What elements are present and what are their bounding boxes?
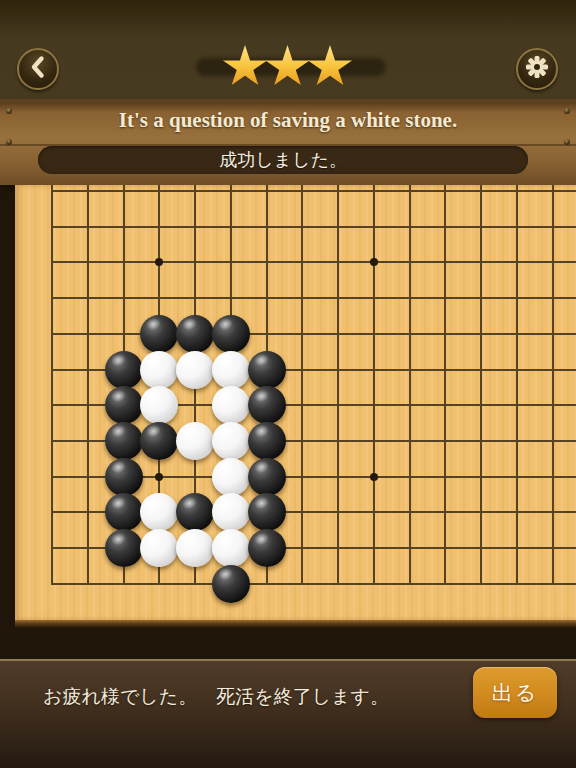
settings-button[interactable] <box>516 48 558 90</box>
hoshi-point <box>370 258 378 266</box>
stone-black[interactable] <box>105 493 143 531</box>
grid-line <box>87 185 89 585</box>
stone-black[interactable] <box>248 422 286 460</box>
stone-white[interactable] <box>140 386 178 424</box>
grid-line <box>51 226 576 228</box>
stone-white[interactable] <box>140 493 178 531</box>
stone-white[interactable] <box>176 529 214 567</box>
stone-black[interactable] <box>140 422 178 460</box>
grid-line <box>373 185 375 585</box>
grid-line <box>51 190 576 192</box>
stone-black[interactable] <box>176 315 214 353</box>
stone-black[interactable] <box>105 386 143 424</box>
grid-line <box>480 185 482 585</box>
stone-white[interactable] <box>140 351 178 389</box>
stone-black[interactable] <box>248 351 286 389</box>
grid-line <box>444 185 446 585</box>
score-stars <box>0 0 576 100</box>
exit-button[interactable]: 出る <box>473 667 557 718</box>
stone-black[interactable] <box>248 386 286 424</box>
grid-line <box>337 185 339 585</box>
back-button[interactable] <box>17 48 59 90</box>
title-banner: It's a question of saving a white stone.… <box>0 99 576 185</box>
grid-line <box>516 185 518 585</box>
board-edge <box>15 620 576 628</box>
stone-white[interactable] <box>140 529 178 567</box>
stone-black[interactable] <box>140 315 178 353</box>
grid-line <box>51 583 576 585</box>
status-message: 成功しました。 <box>38 146 528 174</box>
stone-white[interactable] <box>212 351 250 389</box>
stone-white[interactable] <box>212 422 250 460</box>
grid-line <box>51 261 576 263</box>
header <box>0 0 576 100</box>
puzzle-title: It's a question of saving a white stone. <box>0 108 576 133</box>
stone-white[interactable] <box>176 351 214 389</box>
grid-line <box>51 333 576 335</box>
grid-line <box>301 185 303 585</box>
stone-black[interactable] <box>248 529 286 567</box>
grid-line <box>409 185 411 585</box>
hoshi-point <box>155 473 163 481</box>
go-board[interactable] <box>15 185 576 620</box>
hoshi-point <box>370 473 378 481</box>
stone-black[interactable] <box>105 458 143 496</box>
stone-white[interactable] <box>176 422 214 460</box>
stone-black[interactable] <box>248 493 286 531</box>
footer-bar: お疲れ様でした。 死活を終了します。 出る <box>0 661 576 768</box>
background-gap <box>0 628 576 659</box>
stone-black[interactable] <box>212 565 250 603</box>
chevron-left-icon <box>29 55 47 83</box>
stone-black[interactable] <box>105 422 143 460</box>
stone-black[interactable] <box>212 315 250 353</box>
grid-line <box>51 185 53 585</box>
stone-black[interactable] <box>248 458 286 496</box>
hoshi-point <box>155 258 163 266</box>
stone-white[interactable] <box>212 458 250 496</box>
grid-line <box>552 185 554 585</box>
stone-black[interactable] <box>105 529 143 567</box>
stone-black[interactable] <box>176 493 214 531</box>
grid-line <box>51 297 576 299</box>
app-screen: It's a question of saving a white stone.… <box>0 0 576 768</box>
gear-icon <box>524 54 550 84</box>
stone-black[interactable] <box>105 351 143 389</box>
stone-white[interactable] <box>212 493 250 531</box>
stone-white[interactable] <box>212 386 250 424</box>
stone-white[interactable] <box>212 529 250 567</box>
footer-message: お疲れ様でした。 死活を終了します。 <box>0 684 432 710</box>
